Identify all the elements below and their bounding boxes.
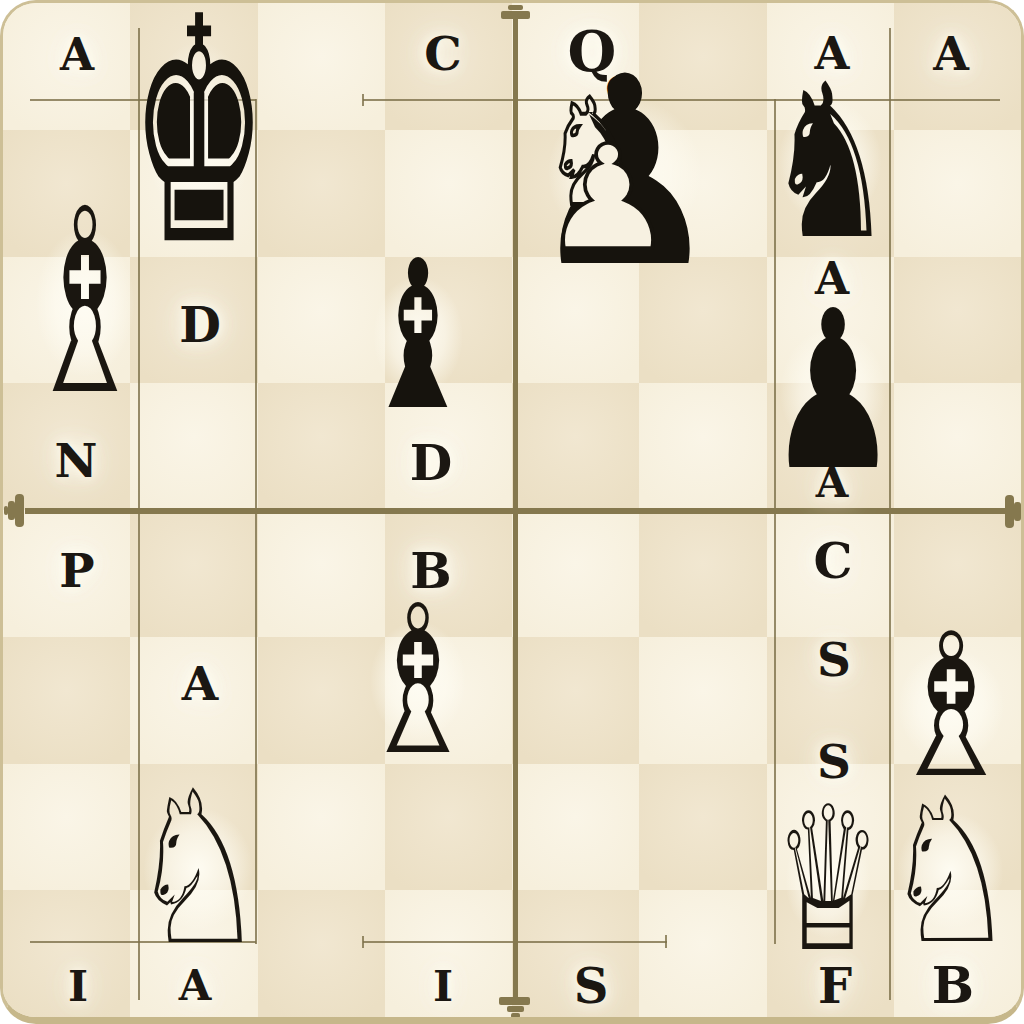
letter-s-14: S — [817, 636, 851, 683]
black-knight-glyph: ♞ — [765, 56, 895, 269]
y-axis-cap-bottom-bar — [499, 997, 530, 1005]
white-bishop-a6-glyph: ♗ — [23, 176, 147, 431]
y-axis-cap-top-knob — [508, 5, 523, 10]
board-overlay: ACQAADANDAPBCASSIAISFB♚♞♝♟♗♗♘♗♕♘♟●♞♟ — [3, 3, 1021, 1017]
letter-p-10: P — [59, 547, 94, 594]
white-knight-b2-glyph: ♘ — [129, 763, 268, 975]
y-axis-cap-bottom-knob — [507, 1006, 524, 1012]
x-axis-end-left-knob — [8, 501, 15, 520]
guide-tick-top — [362, 94, 364, 106]
y-axis-cap-bottom-tip — [511, 1013, 520, 1018]
white-pawn-inlay-glyph: ♟ — [541, 127, 675, 271]
letter-i-16: I — [68, 965, 88, 1008]
letter-c-12: C — [814, 537, 853, 586]
chess-letter-diagram: ACQAADANDAPBCASSIAISFB♚♞♝♟♗♗♘♗♕♘♟●♞♟ — [0, 0, 1024, 1024]
letter-i-18: I — [433, 965, 453, 1008]
black-pawn-glyph: ♟ — [766, 282, 899, 501]
x-axis-end-right-bar — [1005, 495, 1014, 528]
x-axis-end-left-bar — [15, 494, 24, 527]
black-king-glyph: ♚ — [130, 0, 268, 289]
guide-tick-bottom-right — [665, 935, 667, 948]
white-bishop-d3-glyph: ♗ — [357, 578, 478, 784]
letter-a-13: A — [182, 660, 218, 707]
chess-board: ACQAADANDAPBCASSIAISFB♚♞♝♟♗♗♘♗♕♘♟●♞♟ — [0, 0, 1024, 1024]
letter-c-1: C — [424, 30, 461, 77]
white-queen-g2-glyph: ♕ — [774, 780, 882, 980]
black-bishop-glyph: ♝ — [362, 233, 475, 439]
letter-a-0: A — [60, 33, 94, 77]
x-axis-end-left-tip — [4, 506, 8, 515]
guide-tick-bottom-left — [362, 936, 364, 948]
x-axis-end-right-knob — [1014, 502, 1021, 521]
y-axis-cap-top-bar — [501, 11, 530, 19]
letter-s-19: S — [574, 962, 609, 1010]
white-knight-h2-glyph: ♘ — [883, 771, 1017, 972]
letter-a-4: A — [933, 31, 969, 77]
